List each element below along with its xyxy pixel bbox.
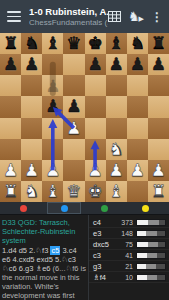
green-dot-icon xyxy=(101,205,108,212)
square-c2[interactable]: ♟ xyxy=(42,160,63,181)
piece-black-p: ♟ xyxy=(148,54,169,75)
black-wins-segment xyxy=(157,231,165,236)
piece-white-k: ♚ xyxy=(85,181,106,202)
square-e2[interactable]: ♟ xyxy=(85,160,106,181)
square-e1[interactable]: ♚ xyxy=(85,181,106,202)
square-a4[interactable] xyxy=(0,118,21,139)
square-e6[interactable] xyxy=(85,75,106,96)
overflow-menu-icon[interactable]: ⋮ xyxy=(151,11,163,23)
book-move: dxc5 xyxy=(93,240,117,249)
square-e4[interactable] xyxy=(85,118,106,139)
square-d5[interactable]: ♟ xyxy=(63,96,84,117)
black-wins-segment xyxy=(157,253,165,258)
move-list: 1.d4 d5 2.♘f3 c5 3.c4 e6 4.cxd5 exd5 5.♘… xyxy=(2,246,86,300)
moves-before[interactable]: 1.d4 d5 2.♘f3 xyxy=(2,246,50,255)
result-bar xyxy=(136,219,166,226)
square-e7[interactable]: ♟ xyxy=(85,54,106,75)
square-d7[interactable] xyxy=(63,54,84,75)
white-wins-segment xyxy=(137,253,147,258)
square-e3[interactable] xyxy=(85,139,106,160)
black-wins-segment xyxy=(158,242,165,247)
white-wins-segment xyxy=(137,275,147,280)
book-move-row-g3[interactable]: g321 xyxy=(89,261,169,272)
square-h2[interactable]: ♟ xyxy=(148,160,169,181)
palette-color-red[interactable] xyxy=(7,202,41,214)
book-move: c4 xyxy=(93,218,117,227)
book-move-count: 75 xyxy=(117,241,136,248)
black-wins-segment xyxy=(157,275,165,280)
square-g5[interactable] xyxy=(127,96,148,117)
square-g7[interactable]: ♟ xyxy=(127,54,148,75)
piece-white-p: ♟ xyxy=(148,160,169,181)
piece-black-b: ♝ xyxy=(42,33,63,54)
book-move: g3 xyxy=(93,262,117,271)
header-titles: 1-0 Rubinstein, A.K... ChessFundamentals… xyxy=(29,6,108,28)
square-b1[interactable]: ♞ xyxy=(21,181,42,202)
result-bar xyxy=(136,230,166,237)
square-h7[interactable]: ♟ xyxy=(148,54,169,75)
square-h8[interactable]: ♜ xyxy=(148,33,169,54)
notation-panel: D33 QGD: Tarrasch, Schlechter-Rubinstein… xyxy=(0,215,88,300)
current-move[interactable]: c5 xyxy=(50,246,60,255)
square-c5[interactable]: ♟ xyxy=(42,96,63,117)
palette-color-green[interactable] xyxy=(88,202,122,214)
opening-name: D33 QGD: Tarrasch, Schlechter-Rubinstein… xyxy=(2,218,86,245)
result-bar xyxy=(136,241,166,248)
square-h1[interactable]: ♜ xyxy=(148,181,169,202)
piece-black-p: ♟ xyxy=(0,54,21,75)
piece-white-p: ♟ xyxy=(63,118,84,139)
piece-white-n: ♞ xyxy=(21,181,42,202)
piece-black-n: ♞ xyxy=(127,33,148,54)
square-g3[interactable] xyxy=(127,139,148,160)
square-a1[interactable]: ♜ xyxy=(0,181,21,202)
square-d4[interactable]: ♟ xyxy=(63,118,84,139)
square-c6[interactable] xyxy=(42,75,63,96)
black-wins-segment xyxy=(159,220,165,225)
square-h6[interactable] xyxy=(148,75,169,96)
square-g2[interactable]: ♟ xyxy=(127,160,148,181)
menu-icon[interactable] xyxy=(7,11,21,21)
square-e8[interactable]: ♚ xyxy=(85,33,106,54)
book-move-row-c4[interactable]: c4373 xyxy=(89,217,169,228)
piece-black-n: ♞ xyxy=(21,33,42,54)
white-wins-segment xyxy=(137,231,146,236)
book-move-row-e3[interactable]: e3148 xyxy=(89,228,169,239)
square-h5[interactable] xyxy=(148,96,169,117)
piece-black-p: ♟ xyxy=(21,54,42,75)
square-a8[interactable]: ♜ xyxy=(0,33,21,54)
app-window: 1-0 Rubinstein, A.K... ChessFundamentals… xyxy=(0,0,169,300)
game-list-icon[interactable] xyxy=(108,11,121,22)
piece-black-k: ♚ xyxy=(85,33,106,54)
square-b4[interactable] xyxy=(21,118,42,139)
square-d3[interactable] xyxy=(63,139,84,160)
square-g4[interactable] xyxy=(127,118,148,139)
result-bar xyxy=(136,274,166,281)
piece-black-p: ♟ xyxy=(42,96,63,117)
draws-segment xyxy=(148,242,158,247)
piece-white-r: ♜ xyxy=(0,181,21,202)
piece-white-p: ♟ xyxy=(106,160,127,181)
square-b5[interactable] xyxy=(21,96,42,117)
piece-white-p: ♟ xyxy=(85,160,106,181)
piece-black-p: ♟ xyxy=(63,96,84,117)
draws-segment xyxy=(147,253,158,258)
yellow-dot-icon xyxy=(142,205,149,212)
play-icon: ▶ xyxy=(139,14,144,23)
piece-black-p: ♟ xyxy=(85,54,106,75)
square-d2[interactable] xyxy=(63,160,84,181)
square-b7[interactable]: ♟ xyxy=(21,54,42,75)
square-f4[interactable] xyxy=(106,118,127,139)
piece-black-b: ♝ xyxy=(106,33,127,54)
book-move-count: 41 xyxy=(117,252,136,259)
square-a2[interactable]: ♟ xyxy=(0,160,21,181)
piece-white-p: ♟ xyxy=(42,160,63,181)
square-f8[interactable]: ♝ xyxy=(106,33,127,54)
square-f7[interactable]: ♟ xyxy=(106,54,127,75)
book-move-row-c3[interactable]: c341 xyxy=(89,250,169,261)
game-title: 1-0 Rubinstein, A.K... xyxy=(29,6,108,18)
piece-black-r: ♜ xyxy=(0,33,21,54)
square-c7[interactable] xyxy=(42,54,63,75)
piece-white-b: ♝ xyxy=(42,181,63,202)
white-wins-segment xyxy=(137,242,148,247)
book-move: ♗f4 xyxy=(93,273,117,282)
square-g8[interactable]: ♞ xyxy=(127,33,148,54)
piece-black-p: ♟ xyxy=(106,54,127,75)
square-a3[interactable] xyxy=(0,139,21,160)
draws-segment xyxy=(147,275,157,280)
black-wins-segment xyxy=(156,264,165,269)
engine-analysis-icon[interactable]: ♞▶ xyxy=(128,10,144,23)
database-subtitle: ChessFundamentals (13)... xyxy=(29,18,108,28)
book-move: e3 xyxy=(93,229,117,238)
draws-segment xyxy=(148,220,159,225)
square-c8[interactable]: ♝ xyxy=(42,33,63,54)
square-b6[interactable] xyxy=(21,75,42,96)
piece-white-n: ♞ xyxy=(106,139,127,160)
piece-black-q: ♛ xyxy=(63,33,84,54)
palette-color-yellow[interactable] xyxy=(128,202,162,214)
square-c1[interactable]: ♝ xyxy=(42,181,63,202)
square-a6[interactable] xyxy=(0,75,21,96)
piece-white-p: ♟ xyxy=(21,160,42,181)
book-move-row-♗f4[interactable]: ♗f410 xyxy=(89,272,169,283)
square-f5[interactable] xyxy=(106,96,127,117)
piece-white-p: ♟ xyxy=(127,160,148,181)
piece-black-p: ♟ xyxy=(127,54,148,75)
piece-black-r: ♜ xyxy=(148,33,169,54)
opening-book-panel: c4373e3148dxc575c341g321♗f410 xyxy=(88,215,169,300)
square-b2[interactable]: ♟ xyxy=(21,160,42,181)
piece-white-p: ♟ xyxy=(0,160,21,181)
book-move-count: 21 xyxy=(117,263,136,270)
square-a5[interactable] xyxy=(0,96,21,117)
white-wins-segment xyxy=(137,220,148,225)
square-a7[interactable]: ♟ xyxy=(0,54,21,75)
square-h3[interactable] xyxy=(148,139,169,160)
square-d6[interactable] xyxy=(63,75,84,96)
red-dot-icon xyxy=(20,205,27,212)
square-d8[interactable]: ♛ xyxy=(63,33,84,54)
square-b3[interactable] xyxy=(21,139,42,160)
blue-dot-icon xyxy=(61,205,68,212)
square-f3[interactable]: ♞ xyxy=(106,139,127,160)
draws-segment xyxy=(146,264,157,269)
square-b8[interactable]: ♞ xyxy=(21,33,42,54)
draws-segment xyxy=(146,231,157,236)
square-c3[interactable] xyxy=(42,139,63,160)
square-h4[interactable] xyxy=(148,118,169,139)
square-f6[interactable] xyxy=(106,75,127,96)
square-e5[interactable] xyxy=(85,96,106,117)
white-wins-segment xyxy=(137,264,146,269)
square-g6[interactable] xyxy=(127,75,148,96)
chess-board: ♜♞♝♛♚♝♞♜♟♟♟♟♟♟♟♟♟♞♟♟♟♟♟♟♟♜♞♝♛♚♝♜ ♟ xyxy=(0,33,169,202)
square-c4[interactable] xyxy=(42,118,63,139)
app-header: 1-0 Rubinstein, A.K... ChessFundamentals… xyxy=(0,0,169,33)
piece-white-b: ♝ xyxy=(106,181,127,202)
result-bar xyxy=(136,252,166,259)
book-move-count: 148 xyxy=(117,230,136,237)
square-d1[interactable]: ♛ xyxy=(63,181,84,202)
square-f2[interactable]: ♟ xyxy=(106,160,127,181)
piece-white-r: ♜ xyxy=(148,181,169,202)
book-move-count: 10 xyxy=(117,274,136,281)
book-move: c3 xyxy=(93,251,117,260)
arrow-color-palette xyxy=(0,202,169,215)
book-move-count: 373 xyxy=(117,219,136,226)
book-move-row-dxc5[interactable]: dxc575 xyxy=(89,239,169,250)
result-bar xyxy=(136,263,166,270)
palette-color-blue[interactable] xyxy=(47,202,81,214)
square-g1[interactable] xyxy=(127,181,148,202)
piece-white-q: ♛ xyxy=(63,181,84,202)
square-f1[interactable]: ♝ xyxy=(106,181,127,202)
